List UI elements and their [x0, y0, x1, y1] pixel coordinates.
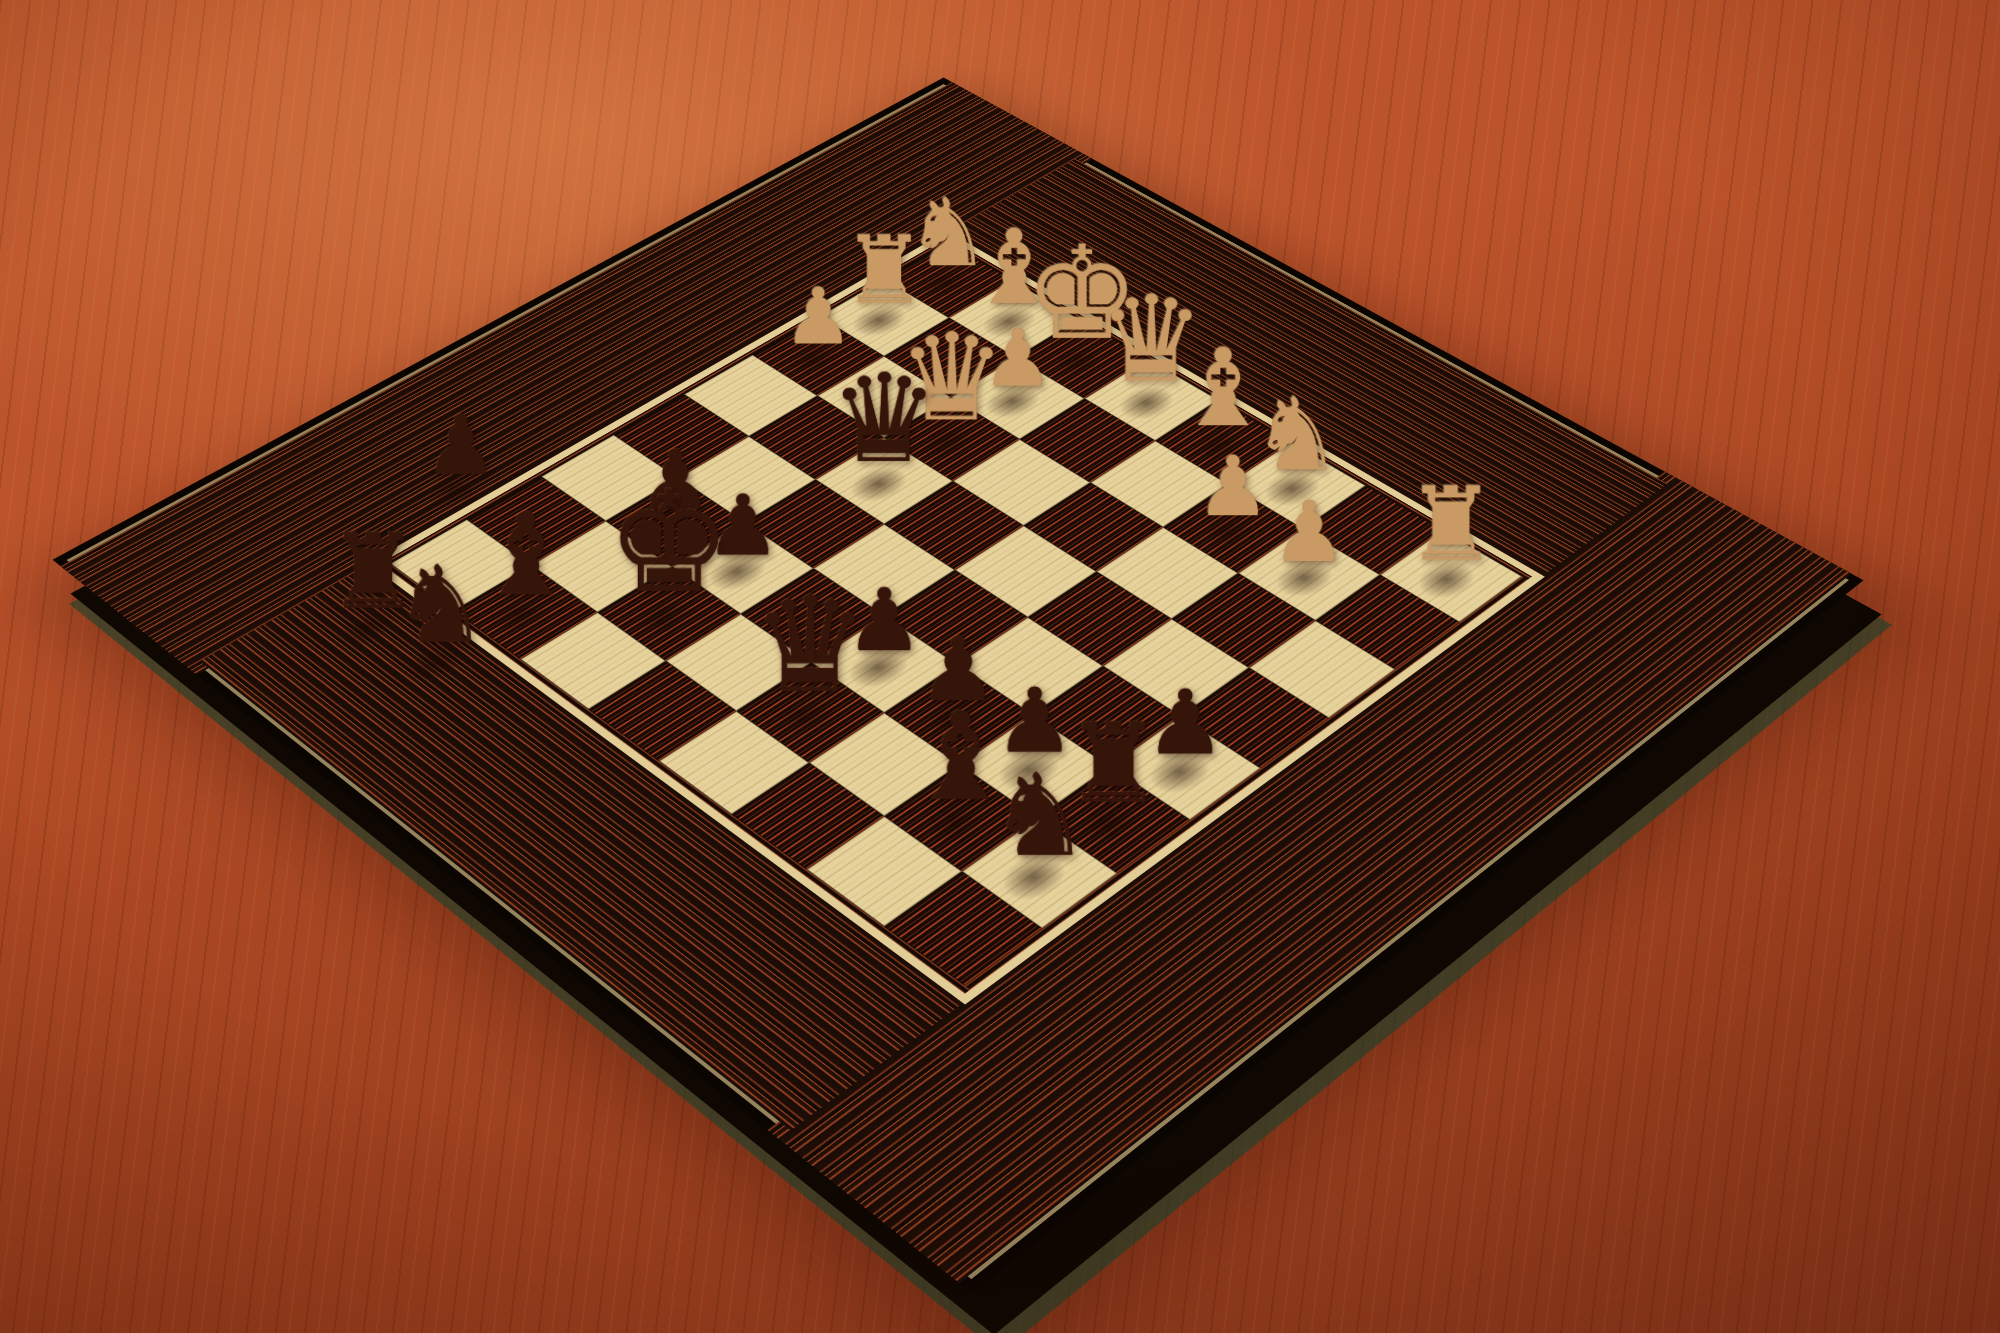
scene: ♟♜♞♝♚♟♛♛♝♞♟♟♜♝♚♟♟♛♛♟♟♝♟♞♜♟♜♟♞ — [0, 0, 2000, 1333]
black-king-icon: ♚ — [606, 473, 731, 613]
black-bishop-icon: ♝ — [475, 498, 577, 612]
white-rook-icon: ♜ — [1405, 473, 1497, 575]
black-knight-icon: ♞ — [393, 551, 489, 658]
white-pawn-icon: ♟ — [1271, 490, 1346, 574]
black-knight-icon: ♞ — [988, 758, 1090, 872]
square-f1 — [1249, 621, 1395, 719]
black-pawn-icon: ♟ — [424, 405, 497, 487]
square-e3 — [1028, 572, 1172, 666]
black-queen-icon: ♛ — [751, 580, 869, 712]
